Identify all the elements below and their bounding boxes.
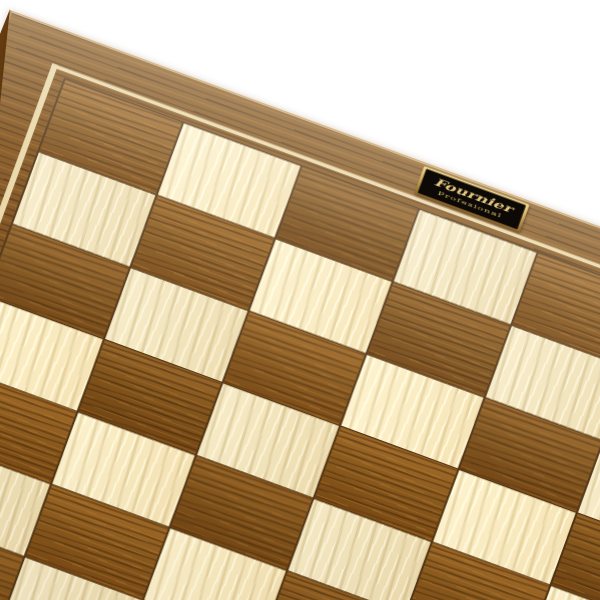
chess-board: Fournier Profesional — [0, 10, 600, 600]
product-photo-background: Fournier Profesional — [0, 0, 600, 600]
